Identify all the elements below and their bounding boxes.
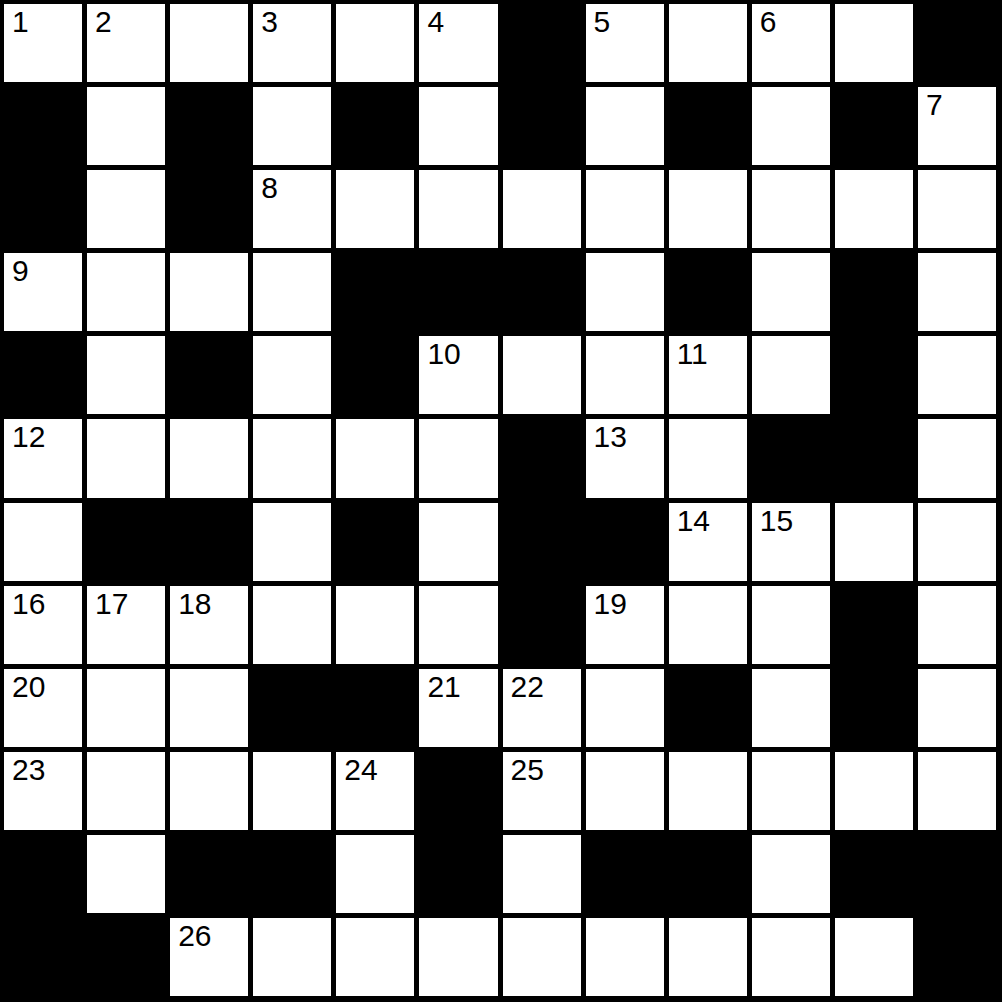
white-cell-r7c3[interactable]: [253, 586, 331, 664]
white-cell-r11c4[interactable]: [336, 918, 414, 996]
white-cell-r4c11[interactable]: [918, 336, 996, 414]
white-cell-r9c2[interactable]: [170, 752, 248, 830]
white-cell-r1c7[interactable]: [586, 87, 664, 165]
black-cell-r3c10: [835, 253, 913, 331]
black-cell-r4c2: [170, 336, 248, 414]
clue-number: 4: [427, 6, 444, 38]
white-cell-r4c8[interactable]: 11: [669, 336, 747, 414]
white-cell-r0c7[interactable]: 5: [586, 4, 664, 82]
clue-number: 5: [594, 6, 611, 38]
clue-number: 26: [178, 920, 211, 952]
clue-number: 7: [926, 89, 943, 121]
white-cell-r2c10[interactable]: [835, 170, 913, 248]
white-cell-r0c5[interactable]: 4: [419, 4, 497, 82]
clue-number: 17: [95, 588, 128, 620]
clue-number: 3: [261, 6, 278, 38]
white-cell-r4c7[interactable]: [586, 336, 664, 414]
black-cell-r8c3: [253, 669, 331, 747]
white-cell-r11c7[interactable]: [586, 918, 664, 996]
white-cell-r1c5[interactable]: [419, 87, 497, 165]
clue-number: 25: [511, 754, 544, 786]
white-cell-r3c9[interactable]: [752, 253, 830, 331]
white-cell-r6c11[interactable]: [918, 503, 996, 581]
black-cell-r6c7: [586, 503, 664, 581]
black-cell-r1c0: [4, 87, 82, 165]
clue-number: 15: [760, 505, 793, 537]
white-cell-r10c4[interactable]: [336, 835, 414, 913]
black-cell-r10c11: [918, 835, 996, 913]
white-cell-r4c3[interactable]: [253, 336, 331, 414]
clue-number: 10: [427, 338, 460, 370]
white-cell-r7c11[interactable]: [918, 586, 996, 664]
black-cell-r7c6: [503, 586, 581, 664]
black-cell-r4c10: [835, 336, 913, 414]
black-cell-r3c6: [503, 253, 581, 331]
white-cell-r8c6[interactable]: 22: [503, 669, 581, 747]
white-cell-r5c7[interactable]: 13: [586, 419, 664, 497]
white-cell-r1c1[interactable]: [87, 87, 165, 165]
white-cell-r6c3[interactable]: [253, 503, 331, 581]
black-cell-r10c7: [586, 835, 664, 913]
white-cell-r6c5[interactable]: [419, 503, 497, 581]
white-cell-r4c5[interactable]: 10: [419, 336, 497, 414]
black-cell-r2c0: [4, 170, 82, 248]
black-cell-r11c1: [87, 918, 165, 996]
white-cell-r8c9[interactable]: [752, 669, 830, 747]
white-cell-r4c9[interactable]: [752, 336, 830, 414]
white-cell-r2c7[interactable]: [586, 170, 664, 248]
clue-number: 18: [178, 588, 211, 620]
clue-number: 11: [677, 338, 708, 370]
white-cell-r8c1[interactable]: [87, 669, 165, 747]
white-cell-r10c1[interactable]: [87, 835, 165, 913]
white-cell-r8c5[interactable]: 21: [419, 669, 497, 747]
black-cell-r4c0: [4, 336, 82, 414]
white-cell-r9c0[interactable]: 23: [4, 752, 82, 830]
white-cell-r0c10[interactable]: [835, 4, 913, 82]
black-cell-r3c5: [419, 253, 497, 331]
black-cell-r10c5: [419, 835, 497, 913]
white-cell-r0c4[interactable]: [336, 4, 414, 82]
black-cell-r5c9: [752, 419, 830, 497]
white-cell-r2c1[interactable]: [87, 170, 165, 248]
white-cell-r11c5[interactable]: [419, 918, 497, 996]
white-cell-r7c2[interactable]: 18: [170, 586, 248, 664]
white-cell-r7c9[interactable]: [752, 586, 830, 664]
white-cell-r2c3[interactable]: 8: [253, 170, 331, 248]
white-cell-r0c2[interactable]: [170, 4, 248, 82]
black-cell-r7c10: [835, 586, 913, 664]
white-cell-r5c0[interactable]: 12: [4, 419, 82, 497]
white-cell-r4c1[interactable]: [87, 336, 165, 414]
white-cell-r5c8[interactable]: [669, 419, 747, 497]
white-cell-r9c9[interactable]: [752, 752, 830, 830]
white-cell-r0c1[interactable]: 2: [87, 4, 165, 82]
white-cell-r0c8[interactable]: [669, 4, 747, 82]
white-cell-r5c5[interactable]: [419, 419, 497, 497]
white-cell-r3c0[interactable]: 9: [4, 253, 82, 331]
white-cell-r9c1[interactable]: [87, 752, 165, 830]
clue-number: 21: [427, 671, 460, 703]
white-cell-r2c8[interactable]: [669, 170, 747, 248]
white-cell-r6c9[interactable]: 15: [752, 503, 830, 581]
white-cell-r8c0[interactable]: 20: [4, 669, 82, 747]
black-cell-r8c4: [336, 669, 414, 747]
crossword-board: 1234567891011121314151617181920212223242…: [0, 0, 1002, 1002]
white-cell-r2c4[interactable]: [336, 170, 414, 248]
white-cell-r3c2[interactable]: [170, 253, 248, 331]
white-cell-r0c0[interactable]: 1: [4, 4, 82, 82]
white-cell-r0c3[interactable]: 3: [253, 4, 331, 82]
white-cell-r5c3[interactable]: [253, 419, 331, 497]
white-cell-r11c8[interactable]: [669, 918, 747, 996]
clue-number: 13: [594, 421, 627, 453]
clue-number: 14: [677, 505, 710, 537]
clue-number: 6: [760, 6, 777, 38]
black-cell-r1c6: [503, 87, 581, 165]
clue-number: 2: [95, 6, 112, 38]
clue-number: 1: [12, 6, 29, 38]
white-cell-r5c1[interactable]: [87, 419, 165, 497]
black-cell-r3c8: [669, 253, 747, 331]
black-cell-r6c6: [503, 503, 581, 581]
black-cell-r10c2: [170, 835, 248, 913]
white-cell-r7c0[interactable]: 16: [4, 586, 82, 664]
white-cell-r5c11[interactable]: [918, 419, 996, 497]
white-cell-r5c2[interactable]: [170, 419, 248, 497]
white-cell-r10c9[interactable]: [752, 835, 830, 913]
black-cell-r9c5: [419, 752, 497, 830]
black-cell-r5c6: [503, 419, 581, 497]
white-cell-r6c8[interactable]: 14: [669, 503, 747, 581]
white-cell-r8c11[interactable]: [918, 669, 996, 747]
clue-number: 23: [12, 754, 45, 786]
white-cell-r8c2[interactable]: [170, 669, 248, 747]
white-cell-r11c10[interactable]: [835, 918, 913, 996]
black-cell-r1c2: [170, 87, 248, 165]
white-cell-r7c4[interactable]: [336, 586, 414, 664]
clue-number: 16: [12, 588, 45, 620]
white-cell-r11c3[interactable]: [253, 918, 331, 996]
black-cell-r10c0: [4, 835, 82, 913]
white-cell-r1c3[interactable]: [253, 87, 331, 165]
black-cell-r6c4: [336, 503, 414, 581]
black-cell-r2c2: [170, 170, 248, 248]
white-cell-r9c8[interactable]: [669, 752, 747, 830]
clue-number: 24: [344, 754, 377, 786]
white-cell-r9c10[interactable]: [835, 752, 913, 830]
black-cell-r5c10: [835, 419, 913, 497]
black-cell-r3c4: [336, 253, 414, 331]
white-cell-r2c6[interactable]: [503, 170, 581, 248]
white-cell-r1c11[interactable]: 7: [918, 87, 996, 165]
black-cell-r4c4: [336, 336, 414, 414]
black-cell-r10c8: [669, 835, 747, 913]
white-cell-r11c2[interactable]: 26: [170, 918, 248, 996]
clue-number: 9: [12, 255, 29, 287]
black-cell-r11c0: [4, 918, 82, 996]
black-cell-r8c8: [669, 669, 747, 747]
white-cell-r6c0[interactable]: [4, 503, 82, 581]
white-cell-r7c5[interactable]: [419, 586, 497, 664]
clue-number: 20: [12, 671, 45, 703]
white-cell-r2c5[interactable]: [419, 170, 497, 248]
black-cell-r0c11: [918, 4, 996, 82]
white-cell-r11c9[interactable]: [752, 918, 830, 996]
white-cell-r7c7[interactable]: 19: [586, 586, 664, 664]
black-cell-r6c1: [87, 503, 165, 581]
white-cell-r2c11[interactable]: [918, 170, 996, 248]
white-cell-r3c7[interactable]: [586, 253, 664, 331]
white-cell-r1c9[interactable]: [752, 87, 830, 165]
white-cell-r0c9[interactable]: 6: [752, 4, 830, 82]
clue-number: 8: [261, 172, 278, 204]
clue-number: 12: [12, 421, 45, 453]
white-cell-r7c1[interactable]: 17: [87, 586, 165, 664]
white-cell-r11c6[interactable]: [503, 918, 581, 996]
white-cell-r9c3[interactable]: [253, 752, 331, 830]
black-cell-r11c11: [918, 918, 996, 996]
white-cell-r2c9[interactable]: [752, 170, 830, 248]
black-cell-r1c4: [336, 87, 414, 165]
black-cell-r1c8: [669, 87, 747, 165]
clue-number: 19: [594, 588, 627, 620]
white-cell-r6c10[interactable]: [835, 503, 913, 581]
black-cell-r1c10: [835, 87, 913, 165]
white-cell-r5c4[interactable]: [336, 419, 414, 497]
white-cell-r3c11[interactable]: [918, 253, 996, 331]
black-cell-r10c10: [835, 835, 913, 913]
white-cell-r7c8[interactable]: [669, 586, 747, 664]
black-cell-r0c6: [503, 4, 581, 82]
white-cell-r4c6[interactable]: [503, 336, 581, 414]
white-cell-r9c6[interactable]: 25: [503, 752, 581, 830]
white-cell-r3c1[interactable]: [87, 253, 165, 331]
white-cell-r10c6[interactable]: [503, 835, 581, 913]
white-cell-r9c4[interactable]: 24: [336, 752, 414, 830]
clue-number: 22: [511, 671, 544, 703]
white-cell-r9c7[interactable]: [586, 752, 664, 830]
white-cell-r9c11[interactable]: [918, 752, 996, 830]
black-cell-r6c2: [170, 503, 248, 581]
black-cell-r10c3: [253, 835, 331, 913]
white-cell-r3c3[interactable]: [253, 253, 331, 331]
white-cell-r8c7[interactable]: [586, 669, 664, 747]
black-cell-r8c10: [835, 669, 913, 747]
